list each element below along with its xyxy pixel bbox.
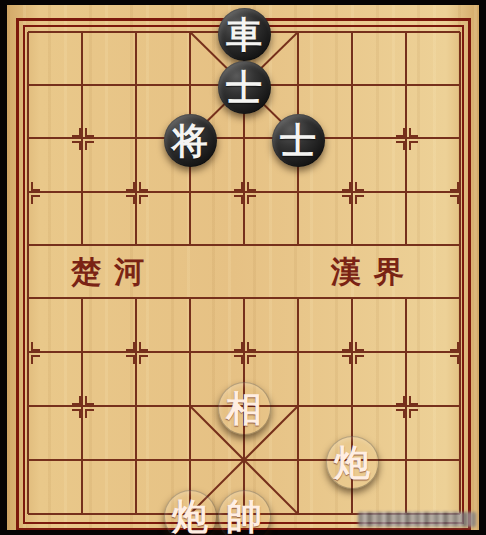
piece-glyph: 炮 [334, 436, 370, 489]
piece-glyph: 将 [172, 114, 208, 167]
piece-red-general[interactable]: 帥 [218, 490, 271, 535]
piece-black-chariot[interactable]: 車 [218, 8, 271, 61]
piece-glyph: 士 [280, 114, 316, 167]
pieces-layer: 車士将士相炮炮帥 [0, 0, 486, 535]
piece-black-advisor[interactable]: 士 [218, 61, 271, 114]
piece-red-elephant[interactable]: 相 [218, 382, 271, 435]
piece-black-general[interactable]: 将 [164, 114, 217, 167]
xiangqi-game-screen: 楚河 漢界 車士将士相炮炮帥 [0, 0, 486, 535]
piece-red-cannon[interactable]: 炮 [326, 436, 379, 489]
piece-glyph: 相 [226, 382, 262, 435]
piece-glyph: 炮 [172, 490, 208, 535]
piece-glyph: 帥 [226, 490, 262, 535]
piece-black-advisor[interactable]: 士 [272, 114, 325, 167]
piece-red-cannon[interactable]: 炮 [164, 490, 217, 535]
piece-glyph: 士 [226, 61, 262, 114]
piece-glyph: 車 [226, 8, 262, 61]
